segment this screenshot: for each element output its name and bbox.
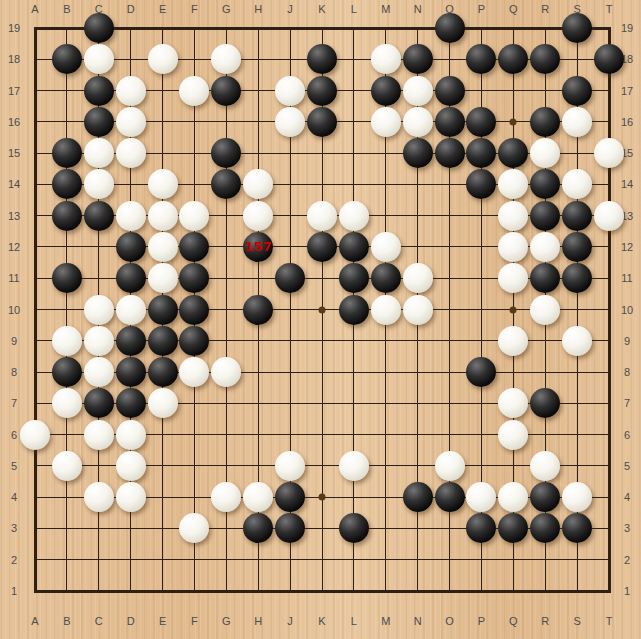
- stone-black-b8[interactable]: [52, 357, 82, 387]
- stone-black-d8[interactable]: [116, 357, 146, 387]
- stone-white-e7[interactable]: [148, 388, 178, 418]
- stone-white-r5[interactable]: [530, 451, 560, 481]
- stone-black-o16[interactable]: [435, 107, 465, 137]
- stone-black-s3[interactable]: [562, 513, 592, 543]
- stone-white-q7[interactable]: [498, 388, 528, 418]
- star-point-k10: [319, 306, 326, 313]
- stone-black-e8[interactable]: [148, 357, 178, 387]
- stone-black-c16[interactable]: [84, 107, 114, 137]
- stone-white-r12[interactable]: [530, 232, 560, 262]
- stone-black-r16[interactable]: [530, 107, 560, 137]
- stone-white-c14[interactable]: [84, 169, 114, 199]
- stone-white-q9[interactable]: [498, 326, 528, 356]
- stone-black-t18[interactable]: [594, 44, 624, 74]
- stone-white-l5[interactable]: [339, 451, 369, 481]
- stone-black-h3[interactable]: [243, 513, 273, 543]
- stone-black-g14[interactable]: [211, 169, 241, 199]
- stone-white-q6[interactable]: [498, 420, 528, 450]
- stone-black-m11[interactable]: [371, 263, 401, 293]
- column-label-bottom-t: T: [606, 616, 613, 627]
- column-label-top-h: H: [254, 4, 262, 15]
- stone-black-j11[interactable]: [275, 263, 305, 293]
- row-label-left-5: 5: [11, 460, 17, 471]
- stone-white-n10[interactable]: [403, 295, 433, 325]
- stone-black-k16[interactable]: [307, 107, 337, 137]
- goban[interactable]: AABBCCDDEEFFGGHHJJKKLLMMNNOOPPQQRRSSTT19…: [0, 0, 641, 639]
- column-label-bottom-m: M: [381, 616, 390, 627]
- stone-black-h12[interactable]: 157: [243, 232, 273, 262]
- row-label-left-13: 13: [8, 210, 20, 221]
- stone-white-d6[interactable]: [116, 420, 146, 450]
- stone-white-f8[interactable]: [179, 357, 209, 387]
- row-label-left-15: 15: [8, 148, 20, 159]
- row-label-left-6: 6: [11, 429, 17, 440]
- stone-white-g4[interactable]: [211, 482, 241, 512]
- column-label-bottom-p: P: [478, 616, 485, 627]
- stone-white-h13[interactable]: [243, 201, 273, 231]
- row-label-right-8: 8: [624, 367, 630, 378]
- stone-black-m17[interactable]: [371, 76, 401, 106]
- stone-white-q13[interactable]: [498, 201, 528, 231]
- column-label-bottom-a: A: [31, 616, 38, 627]
- column-label-bottom-f: F: [191, 616, 198, 627]
- grid-line: [34, 27, 37, 593]
- move-number-label: 157: [245, 240, 272, 253]
- stone-white-d15[interactable]: [116, 138, 146, 168]
- stone-black-b15[interactable]: [52, 138, 82, 168]
- stone-black-n4[interactable]: [403, 482, 433, 512]
- stone-black-d9[interactable]: [116, 326, 146, 356]
- column-label-bottom-e: E: [159, 616, 166, 627]
- stone-black-s11[interactable]: [562, 263, 592, 293]
- stone-white-f13[interactable]: [179, 201, 209, 231]
- stone-black-q15[interactable]: [498, 138, 528, 168]
- column-label-top-d: D: [127, 4, 135, 15]
- stone-black-o19[interactable]: [435, 13, 465, 43]
- stone-black-p15[interactable]: [466, 138, 496, 168]
- grid-line: [608, 27, 611, 593]
- stone-white-r10[interactable]: [530, 295, 560, 325]
- stone-black-r3[interactable]: [530, 513, 560, 543]
- stone-black-f9[interactable]: [179, 326, 209, 356]
- stone-black-r11[interactable]: [530, 263, 560, 293]
- stone-black-s19[interactable]: [562, 13, 592, 43]
- stone-black-e9[interactable]: [148, 326, 178, 356]
- stone-black-k18[interactable]: [307, 44, 337, 74]
- stone-black-d11[interactable]: [116, 263, 146, 293]
- stone-black-l3[interactable]: [339, 513, 369, 543]
- stone-black-b13[interactable]: [52, 201, 82, 231]
- stone-white-b5[interactable]: [52, 451, 82, 481]
- row-label-right-11: 11: [621, 273, 632, 284]
- row-label-right-10: 10: [621, 304, 633, 315]
- stone-black-s12[interactable]: [562, 232, 592, 262]
- stone-black-r13[interactable]: [530, 201, 560, 231]
- row-label-right-2: 2: [624, 554, 630, 565]
- column-label-top-j: J: [287, 4, 293, 15]
- stone-white-d4[interactable]: [116, 482, 146, 512]
- column-label-top-q: Q: [509, 4, 518, 15]
- star-point-q10: [510, 306, 517, 313]
- stone-white-c4[interactable]: [84, 482, 114, 512]
- stone-white-d10[interactable]: [116, 295, 146, 325]
- row-label-left-9: 9: [11, 335, 17, 346]
- row-label-left-12: 12: [8, 241, 20, 252]
- stone-white-c10[interactable]: [84, 295, 114, 325]
- row-label-right-5: 5: [624, 460, 630, 471]
- column-label-bottom-q: Q: [509, 616, 518, 627]
- stone-black-p18[interactable]: [466, 44, 496, 74]
- column-label-bottom-k: K: [318, 616, 325, 627]
- stone-black-f11[interactable]: [179, 263, 209, 293]
- column-label-bottom-b: B: [63, 616, 70, 627]
- stone-white-o5[interactable]: [435, 451, 465, 481]
- stone-white-r15[interactable]: [530, 138, 560, 168]
- stone-black-c13[interactable]: [84, 201, 114, 231]
- stone-white-c6[interactable]: [84, 420, 114, 450]
- stone-black-k17[interactable]: [307, 76, 337, 106]
- row-label-left-2: 2: [11, 554, 17, 565]
- stone-white-l13[interactable]: [339, 201, 369, 231]
- stone-black-d12[interactable]: [116, 232, 146, 262]
- stone-white-q11[interactable]: [498, 263, 528, 293]
- stone-black-n15[interactable]: [403, 138, 433, 168]
- column-label-bottom-l: L: [351, 616, 357, 627]
- column-label-top-f: F: [191, 4, 198, 15]
- stone-black-o15[interactable]: [435, 138, 465, 168]
- row-label-right-9: 9: [624, 335, 630, 346]
- stone-black-c17[interactable]: [84, 76, 114, 106]
- stone-white-c18[interactable]: [84, 44, 114, 74]
- row-label-left-10: 10: [8, 304, 20, 315]
- stone-white-s9[interactable]: [562, 326, 592, 356]
- stone-white-q12[interactable]: [498, 232, 528, 262]
- stone-black-l10[interactable]: [339, 295, 369, 325]
- row-label-right-6: 6: [624, 429, 630, 440]
- stone-black-r7[interactable]: [530, 388, 560, 418]
- row-label-right-4: 4: [624, 492, 630, 503]
- stone-white-b9[interactable]: [52, 326, 82, 356]
- stone-white-e14[interactable]: [148, 169, 178, 199]
- row-label-right-7: 7: [624, 398, 630, 409]
- row-label-right-19: 19: [621, 23, 633, 34]
- stone-black-q3[interactable]: [498, 513, 528, 543]
- stone-white-f3[interactable]: [179, 513, 209, 543]
- stone-black-b14[interactable]: [52, 169, 82, 199]
- row-label-left-7: 7: [11, 398, 17, 409]
- stone-black-f10[interactable]: [179, 295, 209, 325]
- column-label-top-b: B: [63, 4, 70, 15]
- stone-white-g8[interactable]: [211, 357, 241, 387]
- stone-black-p16[interactable]: [466, 107, 496, 137]
- stone-white-b7[interactable]: [52, 388, 82, 418]
- stone-white-n11[interactable]: [403, 263, 433, 293]
- row-label-left-18: 18: [8, 54, 20, 65]
- stone-white-g18[interactable]: [211, 44, 241, 74]
- stone-white-m18[interactable]: [371, 44, 401, 74]
- stone-white-f17[interactable]: [179, 76, 209, 106]
- column-label-bottom-j: J: [287, 616, 293, 627]
- stone-black-j4[interactable]: [275, 482, 305, 512]
- row-label-left-14: 14: [8, 179, 20, 190]
- column-label-top-k: K: [318, 4, 325, 15]
- stone-white-q4[interactable]: [498, 482, 528, 512]
- stone-white-h14[interactable]: [243, 169, 273, 199]
- row-label-left-4: 4: [11, 492, 17, 503]
- stone-black-o4[interactable]: [435, 482, 465, 512]
- row-label-right-12: 12: [621, 241, 633, 252]
- stone-white-p4[interactable]: [466, 482, 496, 512]
- stone-black-p14[interactable]: [466, 169, 496, 199]
- stone-white-a6[interactable]: [20, 420, 50, 450]
- column-label-bottom-d: D: [127, 616, 135, 627]
- stone-white-e18[interactable]: [148, 44, 178, 74]
- stone-white-m10[interactable]: [371, 295, 401, 325]
- column-label-bottom-c: C: [95, 616, 103, 627]
- stone-white-h4[interactable]: [243, 482, 273, 512]
- stone-black-l11[interactable]: [339, 263, 369, 293]
- stone-white-e12[interactable]: [148, 232, 178, 262]
- stone-white-c9[interactable]: [84, 326, 114, 356]
- stone-black-s17[interactable]: [562, 76, 592, 106]
- stone-white-t13[interactable]: [594, 201, 624, 231]
- stone-black-r14[interactable]: [530, 169, 560, 199]
- column-label-top-p: P: [478, 4, 485, 15]
- stone-black-g17[interactable]: [211, 76, 241, 106]
- row-label-right-17: 17: [621, 85, 633, 96]
- stone-white-j5[interactable]: [275, 451, 305, 481]
- stone-black-q18[interactable]: [498, 44, 528, 74]
- stone-white-q14[interactable]: [498, 169, 528, 199]
- column-label-top-r: R: [541, 4, 549, 15]
- stone-black-n18[interactable]: [403, 44, 433, 74]
- column-label-top-g: G: [222, 4, 231, 15]
- stone-white-s14[interactable]: [562, 169, 592, 199]
- column-label-top-l: L: [351, 4, 357, 15]
- column-label-bottom-r: R: [541, 616, 549, 627]
- stone-white-k13[interactable]: [307, 201, 337, 231]
- row-label-left-8: 8: [11, 367, 17, 378]
- stone-black-d7[interactable]: [116, 388, 146, 418]
- column-label-bottom-h: H: [254, 616, 262, 627]
- column-label-top-a: A: [31, 4, 38, 15]
- stone-black-c7[interactable]: [84, 388, 114, 418]
- stone-white-e13[interactable]: [148, 201, 178, 231]
- row-label-right-14: 14: [621, 179, 633, 190]
- stone-black-b11[interactable]: [52, 263, 82, 293]
- stone-black-o17[interactable]: [435, 76, 465, 106]
- stone-white-d17[interactable]: [116, 76, 146, 106]
- stone-white-e11[interactable]: [148, 263, 178, 293]
- stone-black-f12[interactable]: [179, 232, 209, 262]
- row-label-left-17: 17: [8, 85, 20, 96]
- stone-black-e10[interactable]: [148, 295, 178, 325]
- stone-black-l12[interactable]: [339, 232, 369, 262]
- column-label-bottom-g: G: [222, 616, 231, 627]
- row-label-right-16: 16: [621, 116, 633, 127]
- stone-black-k12[interactable]: [307, 232, 337, 262]
- stone-white-s16[interactable]: [562, 107, 592, 137]
- stone-black-r18[interactable]: [530, 44, 560, 74]
- stone-white-c8[interactable]: [84, 357, 114, 387]
- row-label-left-16: 16: [8, 116, 20, 127]
- column-label-bottom-n: N: [414, 616, 422, 627]
- stone-black-r4[interactable]: [530, 482, 560, 512]
- column-label-bottom-o: O: [445, 616, 454, 627]
- stone-white-m16[interactable]: [371, 107, 401, 137]
- stone-black-p3[interactable]: [466, 513, 496, 543]
- stone-black-b18[interactable]: [52, 44, 82, 74]
- stone-white-t15[interactable]: [594, 138, 624, 168]
- stone-white-n17[interactable]: [403, 76, 433, 106]
- row-label-left-11: 11: [8, 273, 19, 284]
- stone-white-d13[interactable]: [116, 201, 146, 231]
- column-label-top-e: E: [159, 4, 166, 15]
- stone-black-s13[interactable]: [562, 201, 592, 231]
- column-label-bottom-s: S: [573, 616, 580, 627]
- stone-white-j16[interactable]: [275, 107, 305, 137]
- column-label-top-n: N: [414, 4, 422, 15]
- row-label-left-1: 1: [11, 586, 17, 597]
- grid-line: [66, 27, 67, 593]
- row-label-right-1: 1: [624, 586, 630, 597]
- stone-white-d16[interactable]: [116, 107, 146, 137]
- row-label-left-19: 19: [8, 23, 20, 34]
- star-point-q16: [510, 118, 517, 125]
- column-label-top-t: T: [606, 4, 613, 15]
- row-label-right-3: 3: [624, 523, 630, 534]
- star-point-k4: [319, 494, 326, 501]
- stone-white-d5[interactable]: [116, 451, 146, 481]
- column-label-top-m: M: [381, 4, 390, 15]
- stone-white-j17[interactable]: [275, 76, 305, 106]
- stone-black-p8[interactable]: [466, 357, 496, 387]
- row-label-left-3: 3: [11, 523, 17, 534]
- stone-black-h10[interactable]: [243, 295, 273, 325]
- stone-black-c19[interactable]: [84, 13, 114, 43]
- stone-white-s4[interactable]: [562, 482, 592, 512]
- stone-black-j3[interactable]: [275, 513, 305, 543]
- stone-black-g15[interactable]: [211, 138, 241, 168]
- stone-white-n16[interactable]: [403, 107, 433, 137]
- stone-white-m12[interactable]: [371, 232, 401, 262]
- stone-white-c15[interactable]: [84, 138, 114, 168]
